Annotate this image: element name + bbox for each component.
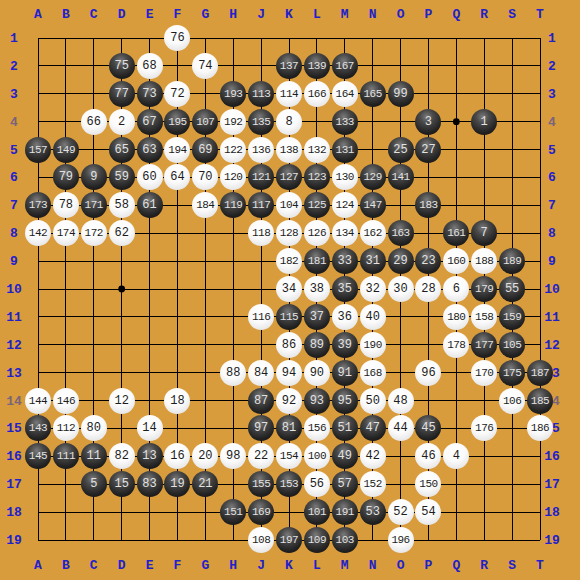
- stone-white-84: 84: [248, 360, 274, 386]
- row-label-right-8: 8: [548, 227, 556, 240]
- row-label-left-1: 1: [10, 32, 18, 45]
- col-label-bottom-B: B: [62, 559, 70, 572]
- stone-black-83: 83: [137, 471, 163, 497]
- stone-white-166: 166: [304, 81, 330, 107]
- stone-white-86: 86: [276, 332, 302, 358]
- stone-white-134: 134: [332, 220, 358, 246]
- row-label-right-17: 17: [544, 478, 560, 491]
- col-label-top-Q: Q: [452, 8, 460, 21]
- stone-white-162: 162: [360, 220, 386, 246]
- star-point: [118, 286, 125, 293]
- stone-black-31: 31: [360, 248, 386, 274]
- stone-black-61: 61: [137, 192, 163, 218]
- stone-black-67: 67: [137, 109, 163, 135]
- row-label-right-10: 10: [544, 283, 560, 296]
- row-label-left-5: 5: [10, 143, 18, 156]
- stone-black-149: 149: [53, 137, 79, 163]
- col-label-bottom-M: M: [341, 559, 349, 572]
- stone-black-191: 191: [332, 499, 358, 525]
- row-label-left-2: 2: [10, 59, 18, 72]
- stone-black-73: 73: [137, 81, 163, 107]
- stone-white-178: 178: [443, 332, 469, 358]
- stone-white-192: 192: [220, 109, 246, 135]
- stone-white-68: 68: [137, 53, 163, 79]
- stone-black-55: 55: [499, 276, 525, 302]
- stone-black-63: 63: [137, 137, 163, 163]
- stone-white-106: 106: [499, 388, 525, 414]
- col-label-top-G: G: [201, 8, 209, 21]
- stone-black-159: 159: [499, 304, 525, 330]
- stone-black-25: 25: [388, 137, 414, 163]
- stone-white-158: 158: [471, 304, 497, 330]
- stone-white-124: 124: [332, 192, 358, 218]
- stone-black-27: 27: [415, 137, 441, 163]
- stone-black-139: 139: [304, 53, 330, 79]
- stone-white-96: 96: [415, 360, 441, 386]
- row-label-left-11: 11: [6, 310, 22, 323]
- stone-black-39: 39: [332, 332, 358, 358]
- stone-white-40: 40: [360, 304, 386, 330]
- col-label-top-N: N: [369, 8, 377, 21]
- col-label-bottom-O: O: [397, 559, 405, 572]
- stone-black-131: 131: [332, 137, 358, 163]
- stone-white-164: 164: [332, 81, 358, 107]
- stone-black-167: 167: [332, 53, 358, 79]
- stone-white-194: 194: [164, 137, 190, 163]
- star-point: [453, 118, 460, 125]
- stone-black-185: 185: [527, 388, 553, 414]
- row-label-left-14: 14: [6, 394, 22, 407]
- stone-black-57: 57: [332, 471, 358, 497]
- row-label-right-18: 18: [544, 506, 560, 519]
- col-label-bottom-F: F: [174, 559, 182, 572]
- stone-black-15: 15: [109, 471, 135, 497]
- stone-white-116: 116: [248, 304, 274, 330]
- col-label-top-E: E: [146, 8, 154, 21]
- stone-black-99: 99: [388, 81, 414, 107]
- col-label-bottom-A: A: [34, 559, 42, 572]
- stone-white-114: 114: [276, 81, 302, 107]
- stone-white-132: 132: [304, 137, 330, 163]
- stone-white-32: 32: [360, 276, 386, 302]
- stone-black-95: 95: [332, 388, 358, 414]
- stone-black-65: 65: [109, 137, 135, 163]
- col-label-top-D: D: [118, 8, 126, 21]
- stone-black-47: 47: [360, 415, 386, 441]
- stone-black-135: 135: [248, 109, 274, 135]
- col-label-bottom-G: G: [201, 559, 209, 572]
- col-label-top-H: H: [229, 8, 237, 21]
- stone-black-11: 11: [81, 443, 107, 469]
- col-label-top-T: T: [536, 8, 544, 21]
- stone-black-87: 87: [248, 388, 274, 414]
- stone-white-90: 90: [304, 360, 330, 386]
- row-label-right-7: 7: [548, 199, 556, 212]
- stone-black-101: 101: [304, 499, 330, 525]
- col-label-top-O: O: [397, 8, 405, 21]
- stone-black-163: 163: [388, 220, 414, 246]
- col-label-top-M: M: [341, 8, 349, 21]
- stone-white-60: 60: [137, 164, 163, 190]
- col-label-top-S: S: [508, 8, 516, 21]
- row-label-left-9: 9: [10, 255, 18, 268]
- stone-black-33: 33: [332, 248, 358, 274]
- col-label-top-L: L: [313, 8, 321, 21]
- col-label-bottom-E: E: [146, 559, 154, 572]
- stone-white-36: 36: [332, 304, 358, 330]
- row-label-right-6: 6: [548, 171, 556, 184]
- stone-black-171: 171: [81, 192, 107, 218]
- stone-black-109: 109: [304, 527, 330, 553]
- row-label-right-2: 2: [548, 59, 556, 72]
- row-label-left-8: 8: [10, 227, 18, 240]
- stone-black-69: 69: [192, 137, 218, 163]
- col-label-bottom-S: S: [508, 559, 516, 572]
- stone-black-93: 93: [304, 388, 330, 414]
- stone-white-88: 88: [220, 360, 246, 386]
- col-label-bottom-T: T: [536, 559, 544, 572]
- col-label-bottom-C: C: [90, 559, 98, 572]
- stone-black-137: 137: [276, 53, 302, 79]
- row-label-left-17: 17: [6, 478, 22, 491]
- stone-white-136: 136: [248, 137, 274, 163]
- stone-white-152: 152: [360, 471, 386, 497]
- stone-black-165: 165: [360, 81, 386, 107]
- stone-white-66: 66: [81, 109, 107, 135]
- row-label-right-11: 11: [544, 310, 560, 323]
- stone-black-37: 37: [304, 304, 330, 330]
- stone-white-138: 138: [276, 137, 302, 163]
- stone-black-113: 113: [248, 81, 274, 107]
- stone-white-14: 14: [137, 415, 163, 441]
- col-label-bottom-Q: Q: [452, 559, 460, 572]
- row-label-right-5: 5: [548, 143, 556, 156]
- stone-white-122: 122: [220, 137, 246, 163]
- stone-black-195: 195: [164, 109, 190, 135]
- stone-white-126: 126: [304, 220, 330, 246]
- row-label-right-4: 4: [548, 115, 556, 128]
- stone-black-177: 177: [471, 332, 497, 358]
- stone-white-50: 50: [360, 388, 386, 414]
- col-label-top-B: B: [62, 8, 70, 21]
- row-label-right-16: 16: [544, 450, 560, 463]
- col-label-bottom-K: K: [285, 559, 293, 572]
- col-label-top-P: P: [425, 8, 433, 21]
- col-label-top-F: F: [174, 8, 182, 21]
- stone-white-174: 174: [53, 220, 79, 246]
- stone-white-8: 8: [276, 109, 302, 135]
- row-label-left-7: 7: [10, 199, 18, 212]
- stone-white-18: 18: [164, 388, 190, 414]
- go-board[interactable]: AABBCCDDEEFFGGHHJJKKLLMMNNOOPPQQRRSSTT11…: [0, 0, 580, 580]
- col-label-top-J: J: [257, 8, 265, 21]
- stone-white-38: 38: [304, 276, 330, 302]
- row-label-right-12: 12: [544, 338, 560, 351]
- stone-white-168: 168: [360, 360, 386, 386]
- stone-black-103: 103: [332, 527, 358, 553]
- stone-black-129: 129: [360, 164, 386, 190]
- stone-white-82: 82: [109, 443, 135, 469]
- row-label-right-1: 1: [548, 32, 556, 45]
- col-label-bottom-H: H: [229, 559, 237, 572]
- stone-black-3: 3: [415, 109, 441, 135]
- stone-white-30: 30: [388, 276, 414, 302]
- row-label-right-9: 9: [548, 255, 556, 268]
- stone-white-12: 12: [109, 388, 135, 414]
- col-label-bottom-P: P: [425, 559, 433, 572]
- row-label-left-10: 10: [6, 283, 22, 296]
- row-label-left-19: 19: [6, 534, 22, 547]
- stone-white-92: 92: [276, 388, 302, 414]
- stone-black-91: 91: [332, 360, 358, 386]
- row-label-left-18: 18: [6, 506, 22, 519]
- row-label-left-3: 3: [10, 87, 18, 100]
- row-label-left-13: 13: [6, 366, 22, 379]
- col-label-bottom-D: D: [118, 559, 126, 572]
- col-label-top-K: K: [285, 8, 293, 21]
- stone-black-147: 147: [360, 192, 386, 218]
- stone-black-197: 197: [276, 527, 302, 553]
- stone-black-187: 187: [527, 360, 553, 386]
- row-label-left-15: 15: [6, 422, 22, 435]
- stone-white-144: 144: [25, 388, 51, 414]
- stone-white-196: 196: [388, 527, 414, 553]
- col-label-bottom-J: J: [257, 559, 265, 572]
- stone-black-133: 133: [332, 109, 358, 135]
- stone-white-108: 108: [248, 527, 274, 553]
- col-label-bottom-L: L: [313, 559, 321, 572]
- stone-white-44: 44: [388, 415, 414, 441]
- stone-black-107: 107: [192, 109, 218, 135]
- stone-white-146: 146: [53, 388, 79, 414]
- col-label-bottom-R: R: [480, 559, 488, 572]
- stone-black-157: 157: [25, 137, 51, 163]
- stone-black-49: 49: [332, 443, 358, 469]
- stone-black-105: 105: [499, 332, 525, 358]
- stone-white-34: 34: [276, 276, 302, 302]
- stone-black-53: 53: [360, 499, 386, 525]
- stone-white-58: 58: [109, 192, 135, 218]
- row-label-left-4: 4: [10, 115, 18, 128]
- stone-black-175: 175: [499, 360, 525, 386]
- stone-black-193: 193: [220, 81, 246, 107]
- row-label-right-3: 3: [548, 87, 556, 100]
- stone-black-75: 75: [109, 53, 135, 79]
- stone-black-29: 29: [388, 248, 414, 274]
- stone-white-42: 42: [360, 443, 386, 469]
- row-label-left-6: 6: [10, 171, 18, 184]
- stone-black-89: 89: [304, 332, 330, 358]
- stone-black-5: 5: [81, 471, 107, 497]
- col-label-top-C: C: [90, 8, 98, 21]
- stone-white-62: 62: [109, 220, 135, 246]
- row-label-left-16: 16: [6, 450, 22, 463]
- stone-white-182: 182: [276, 248, 302, 274]
- stone-white-190: 190: [360, 332, 386, 358]
- stone-white-48: 48: [388, 388, 414, 414]
- col-label-top-A: A: [34, 8, 42, 21]
- col-label-bottom-N: N: [369, 559, 377, 572]
- stone-white-52: 52: [388, 499, 414, 525]
- stone-white-2: 2: [109, 109, 135, 135]
- stone-black-181: 181: [304, 248, 330, 274]
- stone-black-59: 59: [109, 164, 135, 190]
- stone-black-35: 35: [332, 276, 358, 302]
- stone-black-13: 13: [137, 443, 163, 469]
- stone-black-1: 1: [471, 109, 497, 135]
- stone-white-170: 170: [471, 360, 497, 386]
- stone-white-94: 94: [276, 360, 302, 386]
- stone-black-115: 115: [276, 304, 302, 330]
- row-label-right-19: 19: [544, 534, 560, 547]
- col-label-top-R: R: [480, 8, 488, 21]
- stone-white-172: 172: [81, 220, 107, 246]
- stone-black-77: 77: [109, 81, 135, 107]
- stone-black-141: 141: [388, 164, 414, 190]
- row-label-left-12: 12: [6, 338, 22, 351]
- stone-white-56: 56: [304, 471, 330, 497]
